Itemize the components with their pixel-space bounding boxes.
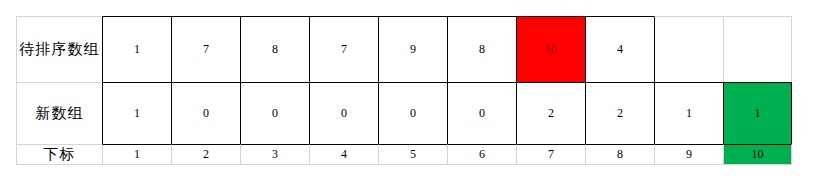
index-cell-6: 6	[447, 144, 516, 165]
array-cell-9-empty	[654, 16, 723, 82]
count-cell-8: 2	[585, 82, 654, 144]
index-cell-10-highlight-green: 10	[723, 144, 792, 165]
index-cell-5: 5	[378, 144, 447, 165]
array-cell-8: 4	[585, 16, 654, 82]
count-cell-4: 0	[309, 82, 378, 144]
index-cell-4: 4	[309, 144, 378, 165]
counting-sort-table: 待排序数组 1 7 8 7 9 8 10 4 新数组 1 0 0 0 0 0 2…	[16, 16, 792, 165]
count-cell-5: 0	[378, 82, 447, 144]
count-cell-7: 2	[516, 82, 585, 144]
array-cell-4: 7	[309, 16, 378, 82]
array-cell-1: 1	[102, 16, 171, 82]
count-cell-1: 1	[102, 82, 171, 144]
row-label-index: 下标	[16, 144, 102, 165]
row-label-count: 新数组	[16, 82, 102, 144]
index-cell-9: 9	[654, 144, 723, 165]
count-cell-9: 1	[654, 82, 723, 144]
index-cell-7: 7	[516, 144, 585, 165]
count-cell-6: 0	[447, 82, 516, 144]
index-cell-2: 2	[171, 144, 240, 165]
array-cell-7-highlight-red: 10	[516, 16, 585, 82]
count-cell-2: 0	[171, 82, 240, 144]
array-cell-3: 8	[240, 16, 309, 82]
index-cell-1: 1	[102, 144, 171, 165]
array-cell-2: 7	[171, 16, 240, 82]
count-cell-10-highlight-green: 1	[723, 82, 792, 144]
counting-sort-diagram: 待排序数组 1 7 8 7 9 8 10 4 新数组 1 0 0 0 0 0 2…	[0, 0, 813, 181]
count-cell-3: 0	[240, 82, 309, 144]
array-cell-5: 9	[378, 16, 447, 82]
array-cell-6: 8	[447, 16, 516, 82]
array-cell-10-empty	[723, 16, 792, 82]
index-cell-8: 8	[585, 144, 654, 165]
row-label-array: 待排序数组	[16, 16, 102, 82]
index-cell-3: 3	[240, 144, 309, 165]
